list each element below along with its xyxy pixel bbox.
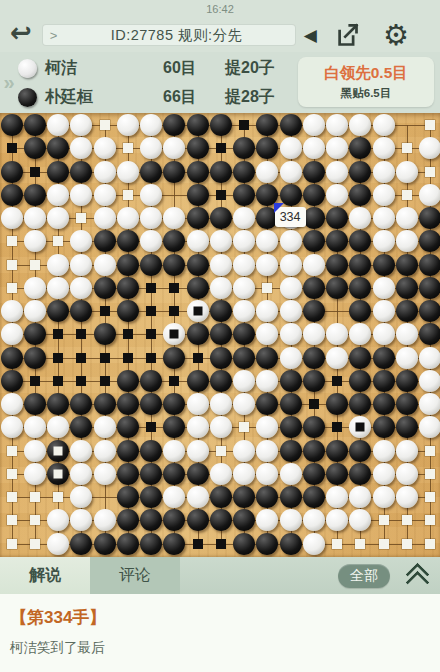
white-territory-marker xyxy=(332,539,342,549)
white-stone xyxy=(24,463,46,485)
black-territory-marker xyxy=(76,353,86,363)
black-territory-marker xyxy=(239,120,249,130)
white-stone xyxy=(233,440,255,462)
bottom-tab-bar: 解说 评论 全部 xyxy=(0,557,440,594)
result-lead-text: 白领先0.5目 xyxy=(324,63,408,84)
play-triangle-icon[interactable]: ◀ xyxy=(304,25,317,46)
black-stone xyxy=(47,300,69,322)
black-stone xyxy=(280,370,302,392)
white-stone xyxy=(349,323,371,345)
white-stone xyxy=(47,416,69,438)
black-stone xyxy=(70,416,92,438)
white-stone xyxy=(117,114,139,136)
black-stone xyxy=(373,393,395,415)
white-territory-marker xyxy=(7,236,17,246)
white-stone xyxy=(256,230,278,252)
white-stone xyxy=(233,370,255,392)
white-stone xyxy=(373,161,395,183)
black-stone xyxy=(24,184,46,206)
black-stone xyxy=(349,440,371,462)
white-stone xyxy=(233,393,255,415)
white-stone xyxy=(1,207,23,229)
black-stone xyxy=(349,161,371,183)
white-stone xyxy=(396,486,418,508)
white-territory-marker xyxy=(53,236,63,246)
black-stone xyxy=(163,114,185,136)
black-stone xyxy=(117,230,139,252)
black-stone xyxy=(419,300,440,322)
black-stone xyxy=(419,207,440,229)
black-stone xyxy=(140,533,162,555)
black-stone xyxy=(94,393,116,415)
black-stone xyxy=(303,347,325,369)
white-stone xyxy=(256,370,278,392)
black-stone xyxy=(140,161,162,183)
black-stone xyxy=(94,277,116,299)
white-territory-marker xyxy=(123,190,133,200)
tab-commentary[interactable]: 解说 xyxy=(0,557,90,594)
black-stone xyxy=(326,254,348,276)
black-territory-marker xyxy=(76,376,86,386)
black-territory-marker xyxy=(332,422,342,432)
white-stone xyxy=(24,230,46,252)
white-stone xyxy=(47,533,69,555)
white-stone xyxy=(1,300,23,322)
white-territory-marker xyxy=(425,492,435,502)
black-stone xyxy=(117,509,139,531)
black-stone xyxy=(117,533,139,555)
black-territory-marker xyxy=(169,306,179,316)
white-stone xyxy=(373,277,395,299)
white-stone xyxy=(326,161,348,183)
share-icon[interactable] xyxy=(331,20,365,50)
white-stone xyxy=(140,184,162,206)
white-stone xyxy=(373,300,395,322)
white-stone xyxy=(419,370,440,392)
black-stone xyxy=(187,323,209,345)
black-stone xyxy=(396,393,418,415)
white-stone xyxy=(210,230,232,252)
black-stone xyxy=(187,137,209,159)
dead-stone-marker xyxy=(193,307,202,316)
white-stone xyxy=(373,207,395,229)
commentary-text: 柯洁笑到了最后 xyxy=(10,639,440,657)
white-stone xyxy=(326,137,348,159)
white-stone xyxy=(1,393,23,415)
white-territory-marker xyxy=(30,260,40,270)
black-stone xyxy=(303,230,325,252)
white-stone xyxy=(326,114,348,136)
black-territory-marker xyxy=(100,353,110,363)
dead-stone-marker xyxy=(54,446,63,455)
black-stone xyxy=(70,300,92,322)
back-arrow-icon[interactable]: ↩ xyxy=(10,19,32,46)
white-stone xyxy=(70,184,92,206)
black-stone xyxy=(256,347,278,369)
white-stone xyxy=(94,207,116,229)
black-stone xyxy=(94,533,116,555)
black-stone xyxy=(256,137,278,159)
white-stone xyxy=(396,463,418,485)
white-stone xyxy=(396,207,418,229)
white-stone xyxy=(24,207,46,229)
black-stone xyxy=(349,230,371,252)
black-stone xyxy=(280,440,302,462)
white-stone xyxy=(94,463,116,485)
white-stone: 334 xyxy=(280,207,302,229)
white-stone xyxy=(24,416,46,438)
caret-icon: > xyxy=(50,28,58,43)
white-stone xyxy=(233,230,255,252)
go-app-screen: { "statusbar": {"time": "16:42"}, "toolb… xyxy=(0,0,440,672)
black-stone xyxy=(349,393,371,415)
white-stone xyxy=(326,509,348,531)
black-stone xyxy=(210,486,232,508)
move-number-title: 【第334手】 xyxy=(10,606,440,629)
white-territory-marker xyxy=(425,446,435,456)
black-territory-marker xyxy=(53,376,63,386)
white-stone xyxy=(94,184,116,206)
white-stone xyxy=(1,416,23,438)
game-id-text: ID:27785 规则:分先 xyxy=(65,26,287,45)
white-stone xyxy=(256,509,278,531)
white-stone xyxy=(303,137,325,159)
black-stone xyxy=(47,137,69,159)
white-stone xyxy=(419,184,440,206)
player-captures: 提20子 xyxy=(225,58,275,79)
white-stone xyxy=(94,509,116,531)
black-stone xyxy=(349,463,371,485)
white-territory-marker xyxy=(402,539,412,549)
black-stone xyxy=(24,393,46,415)
black-stone xyxy=(210,300,232,322)
black-stone xyxy=(140,370,162,392)
white-territory-marker xyxy=(123,143,133,153)
black-stone xyxy=(187,509,209,531)
black-stone xyxy=(117,393,139,415)
black-stone xyxy=(24,347,46,369)
white-stone xyxy=(373,486,395,508)
black-territory-marker xyxy=(216,190,226,200)
black-territory-marker xyxy=(309,399,319,409)
white-territory-marker xyxy=(7,515,17,525)
black-stone xyxy=(303,440,325,462)
black-stone xyxy=(303,300,325,322)
white-stone xyxy=(1,323,23,345)
black-stone xyxy=(326,440,348,462)
black-stone xyxy=(233,323,255,345)
all-button[interactable]: 全部 xyxy=(338,564,390,588)
white-territory-marker xyxy=(425,469,435,479)
clock-time: 16:42 xyxy=(206,3,234,15)
black-stone xyxy=(140,440,162,462)
player-captures: 提28子 xyxy=(225,87,275,108)
white-stone xyxy=(373,230,395,252)
white-stone xyxy=(163,440,185,462)
white-stone xyxy=(256,440,278,462)
white-territory-marker xyxy=(425,120,435,130)
white-stone xyxy=(47,184,69,206)
white-stone xyxy=(280,463,302,485)
white-territory-marker xyxy=(379,515,389,525)
black-territory-marker xyxy=(123,353,133,363)
white-stone xyxy=(94,416,116,438)
black-territory-marker xyxy=(146,353,156,363)
black-territory-marker xyxy=(193,539,203,549)
black-stone xyxy=(163,230,185,252)
white-stone xyxy=(396,440,418,462)
black-stone xyxy=(70,393,92,415)
black-stone xyxy=(210,509,232,531)
black-stone xyxy=(303,184,325,206)
black-stone xyxy=(94,323,116,345)
white-stone xyxy=(373,184,395,206)
white-stone xyxy=(419,393,440,415)
black-stone xyxy=(163,161,185,183)
white-territory-marker xyxy=(7,283,17,293)
white-stone xyxy=(140,114,162,136)
white-stone xyxy=(94,161,116,183)
white-stone xyxy=(396,323,418,345)
expander-chevrons-icon[interactable]: » xyxy=(0,71,18,94)
white-stone xyxy=(349,207,371,229)
white-stone xyxy=(233,300,255,322)
black-stone xyxy=(24,114,46,136)
white-stone xyxy=(256,463,278,485)
black-stone xyxy=(419,323,440,345)
white-stone xyxy=(303,323,325,345)
black-stone xyxy=(163,463,185,485)
black-stone xyxy=(187,254,209,276)
white-stone xyxy=(117,207,139,229)
black-stone xyxy=(140,393,162,415)
white-territory-marker xyxy=(7,469,17,479)
black-stone xyxy=(210,347,232,369)
white-territory-marker xyxy=(239,422,249,432)
black-stone xyxy=(187,370,209,392)
black-stone xyxy=(163,416,185,438)
black-stone xyxy=(210,114,232,136)
black-stone xyxy=(349,347,371,369)
white-stone xyxy=(187,230,209,252)
black-stone xyxy=(233,347,255,369)
black-stone xyxy=(117,463,139,485)
black-stone xyxy=(47,161,69,183)
white-stone xyxy=(326,323,348,345)
white-territory-marker xyxy=(425,167,435,177)
white-stone xyxy=(210,416,232,438)
white-stone xyxy=(70,114,92,136)
black-stone xyxy=(140,509,162,531)
black-stone xyxy=(349,254,371,276)
white-stone xyxy=(303,114,325,136)
white-territory-marker xyxy=(425,515,435,525)
white-stone xyxy=(419,347,440,369)
white-stone xyxy=(210,277,232,299)
white-stone xyxy=(210,393,232,415)
black-stone xyxy=(94,230,116,252)
black-stone xyxy=(140,463,162,485)
white-territory-marker xyxy=(30,539,40,549)
white-stone xyxy=(70,486,92,508)
black-stone xyxy=(419,254,440,276)
black-stone xyxy=(326,277,348,299)
black-stone xyxy=(303,463,325,485)
black-territory-marker xyxy=(30,376,40,386)
black-stone xyxy=(210,207,232,229)
dead-stone-marker xyxy=(54,469,63,478)
white-stone xyxy=(280,161,302,183)
black-territory-marker xyxy=(332,376,342,386)
black-stone xyxy=(233,161,255,183)
black-stone xyxy=(210,370,232,392)
player-panel: » 柯洁 60目 提20子 朴廷桓 66目 提28子 白领先0.5目 黑贴6.5… xyxy=(0,52,440,114)
white-stone xyxy=(373,440,395,462)
black-stone xyxy=(349,370,371,392)
black-stone xyxy=(47,463,69,485)
white-stone xyxy=(24,300,46,322)
white-stone xyxy=(187,393,209,415)
black-stone xyxy=(326,463,348,485)
white-stone xyxy=(326,347,348,369)
black-stone xyxy=(303,161,325,183)
black-stone xyxy=(210,161,232,183)
black-territory-marker xyxy=(169,376,179,386)
white-stone xyxy=(233,463,255,485)
black-stone xyxy=(1,161,23,183)
black-stone xyxy=(349,137,371,159)
last-move-label: 334 xyxy=(275,207,306,227)
white-territory-marker xyxy=(100,120,110,130)
black-stone xyxy=(396,277,418,299)
white-stone xyxy=(140,137,162,159)
black-stone xyxy=(349,277,371,299)
white-stone xyxy=(280,347,302,369)
black-stone xyxy=(233,184,255,206)
black-stone xyxy=(303,277,325,299)
top-toolbar: ↩ > ID:27785 规则:分先 ◀ ⚙ xyxy=(0,18,440,52)
black-stone xyxy=(373,254,395,276)
black-stone xyxy=(303,486,325,508)
black-stone xyxy=(163,254,185,276)
white-stone xyxy=(233,207,255,229)
white-stone xyxy=(349,416,371,438)
white-stone xyxy=(140,230,162,252)
black-stone xyxy=(280,486,302,508)
black-stone xyxy=(396,416,418,438)
collapse-up-icon[interactable] xyxy=(404,564,430,588)
black-stone xyxy=(187,114,209,136)
white-territory-marker xyxy=(53,492,63,502)
white-stone xyxy=(94,137,116,159)
white-stone xyxy=(24,277,46,299)
white-stone xyxy=(24,440,46,462)
white-territory-marker xyxy=(402,515,412,525)
white-stone xyxy=(396,161,418,183)
black-stone xyxy=(396,370,418,392)
white-stone xyxy=(233,277,255,299)
black-stone xyxy=(303,370,325,392)
dead-stone-marker xyxy=(170,330,179,339)
black-stone xyxy=(349,184,371,206)
white-stone xyxy=(70,254,92,276)
black-territory-marker xyxy=(216,539,226,549)
black-stone xyxy=(187,277,209,299)
white-stone xyxy=(70,230,92,252)
white-stone xyxy=(349,509,371,531)
white-stone xyxy=(163,486,185,508)
white-territory-marker xyxy=(216,446,226,456)
gear-icon[interactable]: ⚙ xyxy=(379,20,413,50)
white-territory-marker xyxy=(402,143,412,153)
black-stone xyxy=(117,254,139,276)
white-stone xyxy=(163,207,185,229)
white-stone xyxy=(373,137,395,159)
player-territory: 66目 xyxy=(163,87,225,108)
black-stone xyxy=(303,416,325,438)
white-territory-marker xyxy=(30,492,40,502)
white-stone xyxy=(373,463,395,485)
white-stone xyxy=(47,207,69,229)
white-stone xyxy=(210,254,232,276)
tab-comments[interactable]: 评论 xyxy=(90,557,180,594)
white-stone xyxy=(280,277,302,299)
dead-stone-marker xyxy=(356,423,365,432)
white-stone xyxy=(187,486,209,508)
go-board[interactable]: 334 xyxy=(0,113,440,557)
white-territory-marker xyxy=(379,539,389,549)
white-stone xyxy=(47,277,69,299)
black-stone xyxy=(47,440,69,462)
black-stone xyxy=(233,137,255,159)
white-stone xyxy=(280,323,302,345)
black-territory-marker xyxy=(216,143,226,153)
white-stone xyxy=(117,161,139,183)
black-stone xyxy=(163,533,185,555)
black-stone xyxy=(396,300,418,322)
black-stone xyxy=(233,533,255,555)
black-stone xyxy=(117,300,139,322)
black-stone xyxy=(373,370,395,392)
black-territory-marker xyxy=(146,422,156,432)
black-stone xyxy=(326,393,348,415)
white-stone xyxy=(163,137,185,159)
black-stone xyxy=(187,463,209,485)
white-stone xyxy=(94,254,116,276)
white-stone xyxy=(349,486,371,508)
white-stone xyxy=(373,114,395,136)
black-territory-marker xyxy=(146,283,156,293)
white-stone xyxy=(349,114,371,136)
black-stone xyxy=(233,509,255,531)
black-stone xyxy=(163,347,185,369)
game-id-pill[interactable]: > ID:27785 规则:分先 xyxy=(42,24,296,46)
black-stone xyxy=(1,370,23,392)
white-stone xyxy=(163,323,185,345)
black-stone xyxy=(163,509,185,531)
black-stone xyxy=(187,207,209,229)
white-stone xyxy=(70,463,92,485)
white-stone xyxy=(280,254,302,276)
white-stone xyxy=(70,277,92,299)
black-stone xyxy=(326,230,348,252)
white-territory-marker xyxy=(425,539,435,549)
result-card: 白领先0.5目 黑贴6.5目 xyxy=(298,57,434,107)
player-territory: 60目 xyxy=(163,58,225,79)
black-stone xyxy=(140,486,162,508)
black-stone xyxy=(140,254,162,276)
black-territory-marker xyxy=(53,353,63,363)
